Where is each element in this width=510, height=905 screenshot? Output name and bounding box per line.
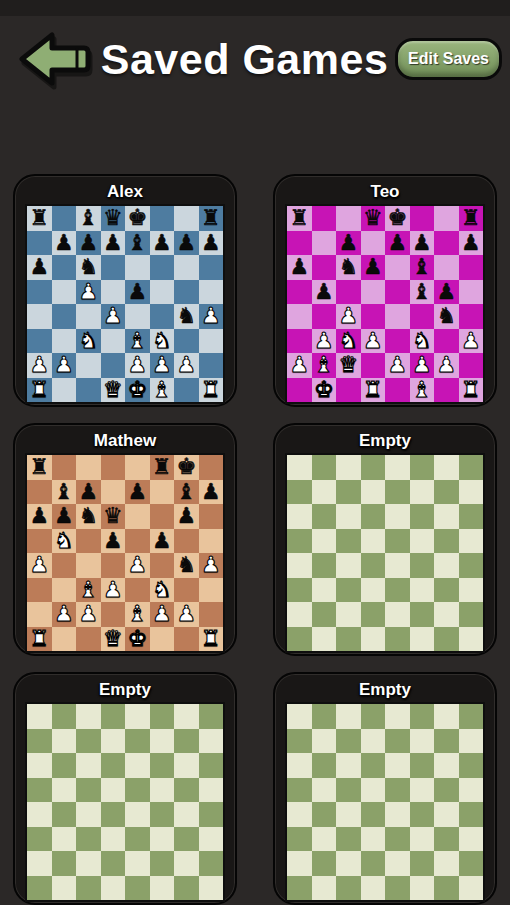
- square-e2: [125, 851, 150, 876]
- arrow-left-icon: [18, 28, 94, 90]
- square-e6: [125, 504, 150, 529]
- square-c4: ♟: [336, 304, 361, 329]
- square-c2: [76, 851, 101, 876]
- square-c6: [76, 753, 101, 778]
- white-queen-icon: ♛: [103, 628, 123, 650]
- white-rook-icon: ♜: [29, 628, 49, 650]
- square-f3: ♞: [150, 578, 175, 603]
- square-b2: ♝: [312, 353, 337, 378]
- square-d2: [101, 353, 126, 378]
- square-d7: [361, 231, 386, 256]
- square-d2: [361, 602, 386, 627]
- black-bishop-icon: ♝: [78, 207, 98, 229]
- saved-game-slot-1[interactable]: Alex ♜♝♛♚♜♟♟♟♝♟♟♟♟♞♟♟♟♞♟♞♝♞♟♟♟♟♟♜♛♚♝♜: [13, 174, 237, 407]
- black-bishop-icon: ♝: [127, 232, 147, 254]
- square-f6: [410, 504, 435, 529]
- square-e1: [385, 876, 410, 901]
- square-d1: ♛: [101, 627, 126, 652]
- square-b7: [312, 480, 337, 505]
- square-g8: [434, 455, 459, 480]
- saved-game-slot-6[interactable]: Empty: [273, 672, 497, 905]
- black-pawn-icon: ♟: [461, 232, 481, 254]
- black-rook-icon: ♜: [152, 456, 172, 478]
- square-d3: [101, 827, 126, 852]
- square-a6: ♟: [27, 504, 52, 529]
- back-button[interactable]: [18, 28, 94, 90]
- white-king-icon: ♚: [127, 379, 147, 401]
- white-pawn-icon: ♟: [29, 554, 49, 576]
- black-pawn-icon: ♟: [103, 232, 123, 254]
- square-b7: ♝: [52, 480, 77, 505]
- square-f7: [150, 729, 175, 754]
- square-b1: [312, 627, 337, 652]
- white-knight-icon: ♞: [78, 330, 98, 352]
- square-c2: ♛: [336, 353, 361, 378]
- square-f6: [150, 255, 175, 280]
- square-f7: [410, 480, 435, 505]
- square-d1: [361, 627, 386, 652]
- square-a3: [287, 827, 312, 852]
- square-g4: [434, 553, 459, 578]
- square-c8: [336, 206, 361, 231]
- square-b6: [312, 753, 337, 778]
- square-c1: [76, 378, 101, 403]
- square-b4: [312, 304, 337, 329]
- square-d2: [101, 851, 126, 876]
- white-bishop-icon: ♝: [412, 379, 432, 401]
- square-d4: [101, 553, 126, 578]
- square-a5: [287, 778, 312, 803]
- square-d1: [361, 876, 386, 901]
- square-h2: [459, 851, 484, 876]
- square-b3: [312, 827, 337, 852]
- black-pawn-icon: ♟: [387, 232, 407, 254]
- square-d4: [101, 802, 126, 827]
- square-e7: [385, 729, 410, 754]
- square-b5: [312, 529, 337, 554]
- square-a1: ♜: [27, 627, 52, 652]
- square-b6: [52, 255, 77, 280]
- white-pawn-icon: ♟: [103, 305, 123, 327]
- board-preview-5: [25, 702, 225, 902]
- square-f1: ♝: [410, 378, 435, 403]
- square-e6: [125, 753, 150, 778]
- square-a2: [287, 602, 312, 627]
- black-bishop-icon: ♝: [412, 281, 432, 303]
- square-f1: [150, 876, 175, 901]
- white-rook-icon: ♜: [201, 628, 221, 650]
- white-bishop-icon: ♝: [78, 579, 98, 601]
- square-f2: [150, 851, 175, 876]
- square-e6: [385, 255, 410, 280]
- square-f3: ♞: [410, 329, 435, 354]
- square-e8: ♚: [125, 206, 150, 231]
- square-c2: [336, 602, 361, 627]
- black-pawn-icon: ♟: [201, 232, 221, 254]
- square-a8: ♜: [287, 206, 312, 231]
- square-h1: ♜: [459, 378, 484, 403]
- square-f1: [410, 627, 435, 652]
- square-a6: [287, 504, 312, 529]
- white-knight-icon: ♞: [412, 330, 432, 352]
- board-preview-6: [285, 702, 485, 902]
- saved-game-slot-4[interactable]: Empty: [273, 423, 497, 656]
- square-a7: [287, 480, 312, 505]
- square-h2: [199, 851, 224, 876]
- square-h3: [459, 827, 484, 852]
- saved-game-slot-2[interactable]: Teo ♜♛♚♜♟♟♟♟♟♞♟♝♟♝♟♟♞♟♞♟♞♟♟♝♛♟♟♟♚♜♝♜: [273, 174, 497, 407]
- square-b5: ♟: [312, 280, 337, 305]
- square-e3: [125, 827, 150, 852]
- black-pawn-icon: ♟: [176, 505, 196, 527]
- square-h6: [199, 753, 224, 778]
- white-pawn-icon: ♟: [103, 579, 123, 601]
- square-e7: ♝: [125, 231, 150, 256]
- square-a3: [27, 827, 52, 852]
- square-h6: [459, 255, 484, 280]
- square-e1: [125, 876, 150, 901]
- black-rook-icon: ♜: [29, 456, 49, 478]
- square-g8: [434, 704, 459, 729]
- square-e3: [385, 578, 410, 603]
- square-h3: [199, 827, 224, 852]
- square-b8: [312, 455, 337, 480]
- square-h7: [459, 480, 484, 505]
- page-title: Saved Games: [94, 35, 395, 84]
- black-rook-icon: ♜: [201, 207, 221, 229]
- square-f4: [410, 802, 435, 827]
- white-pawn-icon: ♟: [176, 603, 196, 625]
- square-b6: [52, 753, 77, 778]
- square-g1: [434, 876, 459, 901]
- square-e3: [385, 827, 410, 852]
- square-b4: [312, 802, 337, 827]
- square-d6: [361, 504, 386, 529]
- white-queen-icon: ♛: [338, 354, 358, 376]
- black-knight-icon: ♞: [176, 554, 196, 576]
- square-c8: [76, 704, 101, 729]
- black-rook-icon: ♜: [289, 207, 309, 229]
- square-f2: ♟: [150, 353, 175, 378]
- square-g6: [434, 504, 459, 529]
- square-h4: [199, 802, 224, 827]
- black-pawn-icon: ♟: [127, 281, 147, 303]
- square-c7: [76, 729, 101, 754]
- square-g8: [434, 206, 459, 231]
- square-b7: [312, 729, 337, 754]
- saved-game-slot-5[interactable]: Empty: [13, 672, 237, 905]
- square-e8: [385, 704, 410, 729]
- square-e1: [385, 378, 410, 403]
- square-c6: ♞: [76, 504, 101, 529]
- square-b2: [312, 602, 337, 627]
- square-h5: [459, 529, 484, 554]
- square-g6: [174, 753, 199, 778]
- edit-saves-button[interactable]: Edit Saves: [395, 38, 502, 80]
- black-pawn-icon: ♟: [363, 256, 383, 278]
- black-pawn-icon: ♟: [436, 281, 456, 303]
- square-b1: [312, 876, 337, 901]
- square-f7: [410, 729, 435, 754]
- square-b8: [52, 206, 77, 231]
- square-a4: [287, 304, 312, 329]
- square-h8: [459, 455, 484, 480]
- square-g6: [434, 753, 459, 778]
- square-c5: [336, 778, 361, 803]
- square-c4: [336, 553, 361, 578]
- square-e3: [385, 329, 410, 354]
- square-f7: ♟: [150, 231, 175, 256]
- square-h4: [459, 802, 484, 827]
- square-f4: [410, 304, 435, 329]
- square-d7: [101, 729, 126, 754]
- square-h5: [199, 778, 224, 803]
- black-knight-icon: ♞: [436, 305, 456, 327]
- square-b6: ♟: [52, 504, 77, 529]
- square-h2: [199, 602, 224, 627]
- square-e5: [385, 778, 410, 803]
- white-rook-icon: ♜: [461, 379, 481, 401]
- square-h2: [459, 602, 484, 627]
- square-h8: [459, 704, 484, 729]
- square-c8: ♝: [76, 206, 101, 231]
- square-d5: ♟: [101, 529, 126, 554]
- square-f8: ♜: [150, 455, 175, 480]
- board-preview-2: ♜♛♚♜♟♟♟♟♟♞♟♝♟♝♟♟♞♟♞♟♞♟♟♝♛♟♟♟♚♜♝♜: [285, 204, 485, 404]
- black-pawn-icon: ♟: [78, 481, 98, 503]
- square-d8: [361, 704, 386, 729]
- square-c1: [76, 627, 101, 652]
- black-pawn-icon: ♟: [127, 481, 147, 503]
- square-a1: ♜: [27, 378, 52, 403]
- square-f7: [150, 480, 175, 505]
- square-b2: [52, 851, 77, 876]
- square-c4: [76, 304, 101, 329]
- square-c3: [336, 827, 361, 852]
- square-b8: [312, 704, 337, 729]
- square-g5: [434, 778, 459, 803]
- black-king-icon: ♚: [387, 207, 407, 229]
- square-h8: ♜: [199, 206, 224, 231]
- square-d1: ♛: [101, 378, 126, 403]
- square-c6: [336, 504, 361, 529]
- square-b4: [52, 304, 77, 329]
- square-d6: [101, 255, 126, 280]
- square-a3: [27, 329, 52, 354]
- square-b3: [52, 578, 77, 603]
- square-a5: [27, 778, 52, 803]
- square-d8: [101, 704, 126, 729]
- square-h1: ♜: [199, 378, 224, 403]
- black-pawn-icon: ♟: [176, 232, 196, 254]
- square-d4: [361, 802, 386, 827]
- square-c4: [76, 553, 101, 578]
- square-h6: [199, 255, 224, 280]
- square-h3: [199, 578, 224, 603]
- black-bishop-icon: ♝: [54, 481, 74, 503]
- square-d1: [101, 876, 126, 901]
- square-a7: [287, 231, 312, 256]
- square-g2: ♟: [174, 602, 199, 627]
- square-g3: [434, 827, 459, 852]
- square-g2: [434, 602, 459, 627]
- square-c8: [336, 704, 361, 729]
- white-pawn-icon: ♟: [54, 603, 74, 625]
- square-b1: ♚: [312, 378, 337, 403]
- square-a2: ♟: [27, 353, 52, 378]
- square-b5: [52, 778, 77, 803]
- square-d5: [361, 280, 386, 305]
- square-f5: [150, 280, 175, 305]
- square-a2: ♟: [287, 353, 312, 378]
- square-a8: ♜: [27, 455, 52, 480]
- square-b8: [312, 206, 337, 231]
- white-pawn-icon: ♟: [78, 603, 98, 625]
- square-b7: [312, 231, 337, 256]
- square-c7: [336, 729, 361, 754]
- square-a3: [287, 329, 312, 354]
- square-d2: [101, 602, 126, 627]
- square-a7: [27, 480, 52, 505]
- white-pawn-icon: ♟: [461, 330, 481, 352]
- square-e6: [385, 753, 410, 778]
- square-d7: [361, 729, 386, 754]
- square-f2: [410, 602, 435, 627]
- square-h6: [459, 504, 484, 529]
- square-h4: ♟: [199, 304, 224, 329]
- board-preview-3: ♜♜♚♝♟♟♝♟♟♟♞♛♟♞♟♟♟♟♞♟♝♟♞♟♟♝♟♟♜♛♚♜: [25, 453, 225, 653]
- black-pawn-icon: ♟: [201, 481, 221, 503]
- black-pawn-icon: ♟: [314, 281, 334, 303]
- white-pawn-icon: ♟: [54, 354, 74, 376]
- square-a4: [287, 802, 312, 827]
- square-f5: [150, 778, 175, 803]
- square-e2: ♝: [125, 602, 150, 627]
- square-f8: [410, 704, 435, 729]
- square-g7: ♝: [174, 480, 199, 505]
- square-h6: [459, 753, 484, 778]
- square-e5: [125, 778, 150, 803]
- square-a5: [287, 280, 312, 305]
- square-e5: [385, 529, 410, 554]
- black-pawn-icon: ♟: [29, 256, 49, 278]
- square-e4: [125, 304, 150, 329]
- square-h2: [459, 353, 484, 378]
- slot-title: Empty: [275, 430, 495, 452]
- black-pawn-icon: ♟: [54, 232, 74, 254]
- square-d4: [361, 304, 386, 329]
- square-a5: [27, 529, 52, 554]
- square-f4: [150, 802, 175, 827]
- white-pawn-icon: ♟: [363, 330, 383, 352]
- square-g8: [174, 704, 199, 729]
- black-queen-icon: ♛: [103, 505, 123, 527]
- square-e4: [125, 802, 150, 827]
- square-b3: [52, 827, 77, 852]
- square-g2: [174, 851, 199, 876]
- square-h7: ♟: [199, 231, 224, 256]
- square-e4: [385, 553, 410, 578]
- white-king-icon: ♚: [127, 628, 147, 650]
- square-f2: ♟: [410, 353, 435, 378]
- square-d8: [361, 455, 386, 480]
- square-c1: [336, 627, 361, 652]
- square-c3: [76, 827, 101, 852]
- square-c3: [336, 578, 361, 603]
- white-pawn-icon: ♟: [338, 305, 358, 327]
- square-h4: ♟: [199, 553, 224, 578]
- square-b3: [52, 329, 77, 354]
- saved-games-grid: Alex ♜♝♛♚♜♟♟♟♝♟♟♟♟♞♟♟♟♞♟♞♝♞♟♟♟♟♟♜♛♚♝♜ Te…: [0, 174, 510, 905]
- square-f8: [410, 455, 435, 480]
- square-f6: [410, 753, 435, 778]
- square-a4: [27, 802, 52, 827]
- square-h1: ♜: [199, 627, 224, 652]
- square-g4: [434, 802, 459, 827]
- board-preview-4: [285, 453, 485, 653]
- square-g3: [174, 827, 199, 852]
- square-h3: [199, 329, 224, 354]
- square-f8: [150, 704, 175, 729]
- black-pawn-icon: ♟: [412, 232, 432, 254]
- square-c5: [336, 280, 361, 305]
- black-knight-icon: ♞: [338, 256, 358, 278]
- square-e6: [125, 255, 150, 280]
- square-e7: ♟: [125, 480, 150, 505]
- square-e2: ♟: [385, 353, 410, 378]
- black-pawn-icon: ♟: [152, 530, 172, 552]
- square-d7: [361, 480, 386, 505]
- square-g4: ♞: [174, 553, 199, 578]
- square-d7: ♟: [101, 231, 126, 256]
- slot-title: Empty: [15, 679, 235, 701]
- white-knight-icon: ♞: [54, 530, 74, 552]
- square-g3: [174, 578, 199, 603]
- saved-game-slot-3[interactable]: Mathew ♜♜♚♝♟♟♝♟♟♟♞♛♟♞♟♟♟♟♞♟♝♟♞♟♟♝♟♟♜♛♚♜: [13, 423, 237, 656]
- square-e1: [385, 627, 410, 652]
- square-c6: [336, 753, 361, 778]
- square-a2: [287, 851, 312, 876]
- square-b1: [52, 627, 77, 652]
- square-d3: ♟: [101, 578, 126, 603]
- square-a1: [27, 876, 52, 901]
- square-d4: [361, 553, 386, 578]
- square-f6: ♝: [410, 255, 435, 280]
- square-g3: [434, 329, 459, 354]
- square-e5: [125, 529, 150, 554]
- square-f4: [410, 553, 435, 578]
- square-f4: [150, 553, 175, 578]
- white-pawn-icon: ♟: [314, 330, 334, 352]
- square-a3: [287, 578, 312, 603]
- square-a8: [27, 704, 52, 729]
- square-a7: [287, 729, 312, 754]
- square-f6: [150, 753, 175, 778]
- square-a1: [287, 378, 312, 403]
- square-g2: ♟: [174, 353, 199, 378]
- square-h7: [199, 729, 224, 754]
- board-preview-1: ♜♝♛♚♜♟♟♟♝♟♟♟♟♞♟♟♟♞♟♞♝♞♟♟♟♟♟♜♛♚♝♜: [25, 204, 225, 404]
- square-a3: [27, 578, 52, 603]
- white-pawn-icon: ♟: [289, 354, 309, 376]
- square-a8: [287, 704, 312, 729]
- square-e8: [385, 455, 410, 480]
- white-pawn-icon: ♟: [201, 305, 221, 327]
- square-b5: ♞: [52, 529, 77, 554]
- square-h4: [459, 304, 484, 329]
- square-b1: [52, 378, 77, 403]
- square-g1: [174, 378, 199, 403]
